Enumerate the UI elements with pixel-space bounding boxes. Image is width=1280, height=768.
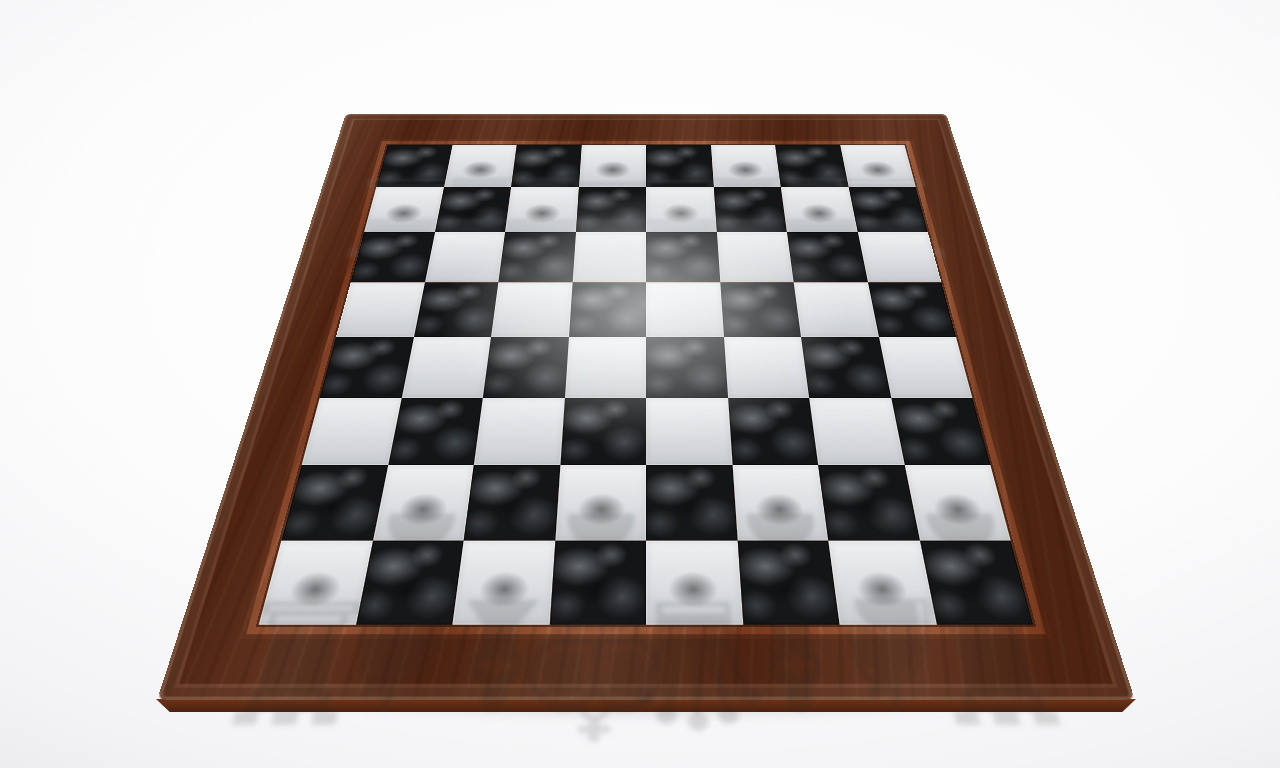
board-grid: ♜♜♞♞♝♝♚♚♛♛♝♝♞♞♜♜♟♟♟♟♟♟♟♟♟♟♟♟♟♟♟♟♟♟♟♟♟♟♟♟… — [259, 145, 1033, 625]
square-a5[interactable] — [879, 337, 973, 398]
square-b5[interactable] — [801, 337, 891, 398]
white-pawn-glyph: ♟ — [840, 107, 937, 215]
square-d4[interactable] — [646, 282, 724, 337]
square-g4[interactable] — [414, 282, 499, 337]
square-e4[interactable] — [569, 282, 647, 337]
chess-board-frame: ♜♜♞♞♝♝♚♚♛♛♝♝♞♞♜♜♟♟♟♟♟♟♟♟♟♟♟♟♟♟♟♟♟♟♟♟♟♟♟♟… — [157, 114, 1135, 700]
square-a8[interactable]: ♜♜ — [919, 540, 1033, 625]
black-rook-glyph: ♜ — [902, 425, 1053, 594]
square-d5[interactable] — [646, 337, 728, 398]
square-a4[interactable] — [867, 282, 956, 337]
square-c4[interactable] — [720, 282, 801, 337]
square-e5[interactable] — [564, 337, 646, 398]
square-f5[interactable] — [483, 337, 569, 398]
square-h4[interactable] — [336, 282, 425, 337]
square-c5[interactable] — [724, 337, 810, 398]
studio-background: Standard chess starting position, no mov… — [0, 0, 1280, 768]
piece-reflection: ♜ — [899, 578, 1097, 746]
scene-3d: ♜♜♞♞♝♝♚♚♛♛♝♝♞♞♜♜♟♟♟♟♟♟♟♟♟♟♟♟♟♟♟♟♟♟♟♟♟♟♟♟… — [0, 0, 1280, 768]
square-f4[interactable] — [491, 282, 572, 337]
square-g5[interactable] — [401, 337, 491, 398]
square-h5[interactable] — [320, 337, 414, 398]
square-a2[interactable]: ♟♟ — [848, 187, 928, 233]
square-b4[interactable] — [794, 282, 879, 337]
